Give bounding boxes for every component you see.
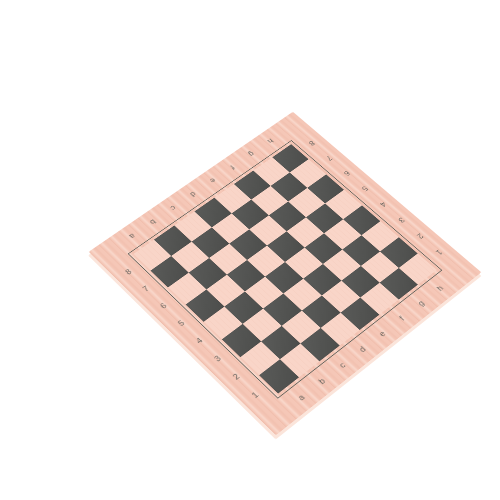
- chessboard-wood-surface: abcdefgh abcdefgh 87654321 87654321: [89, 112, 482, 435]
- board-grid: [133, 144, 436, 393]
- product-photo-stage: abcdefgh abcdefgh 87654321 87654321: [0, 0, 500, 500]
- chessboard: abcdefgh abcdefgh 87654321 87654321: [89, 112, 482, 435]
